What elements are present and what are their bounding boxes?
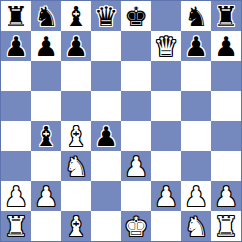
- square-c1[interactable]: ♝: [61, 211, 91, 241]
- white-pawn[interactable]: ♟: [4, 183, 28, 210]
- square-e5[interactable]: [121, 91, 151, 121]
- black-pawn[interactable]: ♟: [94, 123, 118, 150]
- square-e1[interactable]: ♚: [121, 211, 151, 241]
- square-e4[interactable]: [121, 121, 151, 151]
- square-b6[interactable]: [31, 61, 61, 91]
- square-a8[interactable]: ♜: [1, 1, 31, 31]
- square-e6[interactable]: [121, 61, 151, 91]
- square-h8[interactable]: ♜: [211, 1, 241, 31]
- square-e3[interactable]: ♟: [121, 151, 151, 181]
- square-c6[interactable]: [61, 61, 91, 91]
- square-e7[interactable]: [121, 31, 151, 61]
- square-d4[interactable]: ♟: [91, 121, 121, 151]
- white-bishop[interactable]: ♝: [64, 123, 88, 150]
- square-g4[interactable]: [181, 121, 211, 151]
- black-bishop[interactable]: ♝: [64, 3, 88, 30]
- white-rook[interactable]: ♜: [214, 213, 238, 240]
- square-h7[interactable]: ♟: [211, 31, 241, 61]
- white-rook[interactable]: ♜: [4, 213, 28, 240]
- black-rook[interactable]: ♜: [214, 3, 238, 30]
- square-d3[interactable]: [91, 151, 121, 181]
- white-knight[interactable]: ♞: [64, 153, 88, 180]
- white-pawn[interactable]: ♟: [154, 183, 178, 210]
- square-a4[interactable]: [1, 121, 31, 151]
- square-g3[interactable]: [181, 151, 211, 181]
- square-g2[interactable]: ♟: [181, 181, 211, 211]
- square-d1[interactable]: [91, 211, 121, 241]
- square-d8[interactable]: ♛: [91, 1, 121, 31]
- square-c3[interactable]: ♞: [61, 151, 91, 181]
- square-g8[interactable]: ♞: [181, 1, 211, 31]
- square-h3[interactable]: [211, 151, 241, 181]
- white-pawn[interactable]: ♟: [124, 153, 148, 180]
- square-f6[interactable]: [151, 61, 181, 91]
- white-bishop[interactable]: ♝: [64, 213, 88, 240]
- square-f2[interactable]: ♟: [151, 181, 181, 211]
- black-king[interactable]: ♚: [124, 3, 148, 30]
- black-pawn[interactable]: ♟: [214, 33, 238, 60]
- square-b1[interactable]: [31, 211, 61, 241]
- black-knight[interactable]: ♞: [184, 3, 208, 30]
- white-king[interactable]: ♚: [124, 213, 148, 240]
- square-d7[interactable]: [91, 31, 121, 61]
- square-a6[interactable]: [1, 61, 31, 91]
- square-b2[interactable]: ♟: [31, 181, 61, 211]
- square-h1[interactable]: ♜: [211, 211, 241, 241]
- square-d2[interactable]: [91, 181, 121, 211]
- square-h5[interactable]: [211, 91, 241, 121]
- square-c7[interactable]: ♟: [61, 31, 91, 61]
- white-knight[interactable]: ♞: [184, 213, 208, 240]
- square-f8[interactable]: [151, 1, 181, 31]
- square-h2[interactable]: ♟: [211, 181, 241, 211]
- square-g1[interactable]: ♞: [181, 211, 211, 241]
- square-c4[interactable]: ♝: [61, 121, 91, 151]
- square-b7[interactable]: ♟: [31, 31, 61, 61]
- square-d5[interactable]: [91, 91, 121, 121]
- chess-board: ♜♞♝♛♚♞♜♟♟♟♛♟♟♝♝♟♞♟♟♟♟♟♟♜♝♚♞♜: [0, 0, 242, 242]
- square-g5[interactable]: [181, 91, 211, 121]
- white-pawn[interactable]: ♟: [34, 183, 58, 210]
- white-queen[interactable]: ♛: [154, 33, 178, 60]
- square-f3[interactable]: [151, 151, 181, 181]
- square-c5[interactable]: [61, 91, 91, 121]
- black-knight[interactable]: ♞: [34, 3, 58, 30]
- square-b3[interactable]: [31, 151, 61, 181]
- square-a5[interactable]: [1, 91, 31, 121]
- black-pawn[interactable]: ♟: [34, 33, 58, 60]
- white-pawn[interactable]: ♟: [214, 183, 238, 210]
- square-d6[interactable]: [91, 61, 121, 91]
- square-f4[interactable]: [151, 121, 181, 151]
- square-b4[interactable]: ♝: [31, 121, 61, 151]
- square-f1[interactable]: [151, 211, 181, 241]
- square-e2[interactable]: [121, 181, 151, 211]
- square-f5[interactable]: [151, 91, 181, 121]
- square-g6[interactable]: [181, 61, 211, 91]
- square-e8[interactable]: ♚: [121, 1, 151, 31]
- black-queen[interactable]: ♛: [94, 3, 118, 30]
- black-rook[interactable]: ♜: [4, 3, 28, 30]
- square-a1[interactable]: ♜: [1, 211, 31, 241]
- square-b5[interactable]: [31, 91, 61, 121]
- black-pawn[interactable]: ♟: [64, 33, 88, 60]
- square-h4[interactable]: [211, 121, 241, 151]
- square-c8[interactable]: ♝: [61, 1, 91, 31]
- square-a2[interactable]: ♟: [1, 181, 31, 211]
- black-bishop[interactable]: ♝: [34, 123, 58, 150]
- square-g7[interactable]: ♟: [181, 31, 211, 61]
- black-pawn[interactable]: ♟: [184, 33, 208, 60]
- black-pawn[interactable]: ♟: [4, 33, 28, 60]
- square-c2[interactable]: [61, 181, 91, 211]
- square-f7[interactable]: ♛: [151, 31, 181, 61]
- white-pawn[interactable]: ♟: [184, 183, 208, 210]
- square-a3[interactable]: [1, 151, 31, 181]
- square-b8[interactable]: ♞: [31, 1, 61, 31]
- square-a7[interactable]: ♟: [1, 31, 31, 61]
- square-h6[interactable]: [211, 61, 241, 91]
